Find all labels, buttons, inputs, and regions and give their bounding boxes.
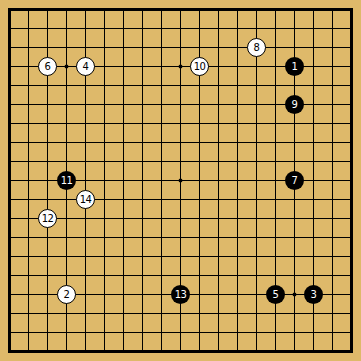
black-stone-move-13: 13: [171, 285, 190, 304]
white-stone-move-10: 10: [190, 57, 209, 76]
black-stone-move-7: 7: [285, 171, 304, 190]
white-stone-move-8: 8: [247, 38, 266, 57]
white-stone-move-14: 14: [76, 190, 95, 209]
black-stone-move-3: 3: [304, 285, 323, 304]
white-stone-move-12: 12: [38, 209, 57, 228]
white-stone-move-2: 2: [57, 285, 76, 304]
black-stone-move-1: 1: [285, 57, 304, 76]
board-stone-grid: 1234567891011121314: [0, 0, 361, 361]
black-stone-move-5: 5: [266, 285, 285, 304]
go-board: 1234567891011121314: [0, 0, 361, 361]
black-stone-move-11: 11: [57, 171, 76, 190]
black-stone-move-9: 9: [285, 95, 304, 114]
white-stone-move-6: 6: [38, 57, 57, 76]
white-stone-move-4: 4: [76, 57, 95, 76]
